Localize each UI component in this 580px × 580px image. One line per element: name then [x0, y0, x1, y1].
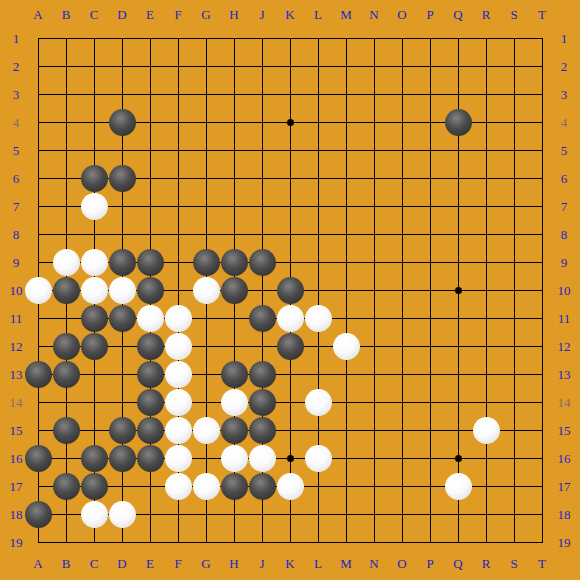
white-stone-F17	[165, 473, 192, 500]
black-stone-E14	[137, 389, 164, 416]
row-label-right-19: 19	[558, 536, 571, 549]
row-label-left-2: 2	[13, 60, 20, 73]
white-stone-L11	[305, 305, 332, 332]
black-stone-E9	[137, 249, 164, 276]
col-label-top-A: A	[33, 8, 42, 21]
black-stone-D11	[109, 305, 136, 332]
black-stone-A13	[25, 361, 52, 388]
black-stone-D6	[109, 165, 136, 192]
black-stone-E16	[137, 445, 164, 472]
black-stone-B12	[53, 333, 80, 360]
row-label-right-18: 18	[558, 508, 571, 521]
col-label-top-M: M	[340, 8, 352, 21]
white-stone-G15	[193, 417, 220, 444]
white-stone-D18	[109, 501, 136, 528]
black-stone-C11	[81, 305, 108, 332]
col-label-top-S: S	[510, 8, 517, 21]
black-stone-A18	[25, 501, 52, 528]
col-label-top-R: R	[482, 8, 491, 21]
black-stone-H17	[221, 473, 248, 500]
white-stone-F15	[165, 417, 192, 444]
go-app-window: { "game": "go", "board": { "size": 19, "…	[0, 0, 580, 580]
col-label-top-K: K	[285, 8, 294, 21]
white-stone-C9	[81, 249, 108, 276]
white-stone-M12	[333, 333, 360, 360]
col-label-bottom-C: C	[90, 557, 99, 570]
col-label-bottom-G: G	[201, 557, 210, 570]
row-label-left-17: 17	[10, 480, 23, 493]
col-label-top-L: L	[314, 8, 322, 21]
black-stone-E10	[137, 277, 164, 304]
white-stone-D10	[109, 277, 136, 304]
row-label-right-6: 6	[561, 172, 568, 185]
col-label-top-O: O	[397, 8, 406, 21]
row-label-left-16: 16	[10, 452, 23, 465]
col-label-bottom-R: R	[482, 557, 491, 570]
black-stone-C17	[81, 473, 108, 500]
col-label-bottom-B: B	[62, 557, 71, 570]
white-stone-G10	[193, 277, 220, 304]
row-label-right-9: 9	[561, 256, 568, 269]
row-label-right-16: 16	[558, 452, 571, 465]
white-stone-L16	[305, 445, 332, 472]
row-label-left-18: 18	[10, 508, 23, 521]
col-label-bottom-O: O	[397, 557, 406, 570]
black-stone-B10	[53, 277, 80, 304]
black-stone-K10	[277, 277, 304, 304]
white-stone-F13	[165, 361, 192, 388]
col-label-top-D: D	[117, 8, 126, 21]
black-stone-J15	[249, 417, 276, 444]
row-label-left-4: 4	[13, 116, 20, 129]
white-stone-G17	[193, 473, 220, 500]
col-label-bottom-P: P	[426, 557, 433, 570]
row-label-left-12: 12	[10, 340, 23, 353]
row-label-right-4: 4	[561, 116, 568, 129]
row-label-right-17: 17	[558, 480, 571, 493]
black-stone-D15	[109, 417, 136, 444]
black-stone-H15	[221, 417, 248, 444]
row-label-left-11: 11	[10, 312, 23, 325]
black-stone-B13	[53, 361, 80, 388]
black-stone-D16	[109, 445, 136, 472]
black-stone-K12	[277, 333, 304, 360]
black-stone-C16	[81, 445, 108, 472]
row-label-left-10: 10	[10, 284, 23, 297]
row-label-left-7: 7	[13, 200, 20, 213]
black-stone-H13	[221, 361, 248, 388]
stone-layer	[24, 24, 556, 556]
row-label-left-5: 5	[13, 144, 20, 157]
black-stone-D9	[109, 249, 136, 276]
white-stone-L14	[305, 389, 332, 416]
row-label-right-5: 5	[561, 144, 568, 157]
black-stone-E12	[137, 333, 164, 360]
black-stone-Q4	[445, 109, 472, 136]
white-stone-K11	[277, 305, 304, 332]
row-label-left-8: 8	[13, 228, 20, 241]
col-label-top-P: P	[426, 8, 433, 21]
row-label-left-3: 3	[13, 88, 20, 101]
black-stone-D4	[109, 109, 136, 136]
white-stone-F14	[165, 389, 192, 416]
col-label-bottom-M: M	[340, 557, 352, 570]
white-stone-K17	[277, 473, 304, 500]
white-stone-F12	[165, 333, 192, 360]
col-label-top-B: B	[62, 8, 71, 21]
col-label-top-N: N	[369, 8, 378, 21]
white-stone-C18	[81, 501, 108, 528]
white-stone-F16	[165, 445, 192, 472]
col-label-top-E: E	[146, 8, 154, 21]
row-label-left-13: 13	[10, 368, 23, 381]
black-stone-J17	[249, 473, 276, 500]
col-label-bottom-A: A	[33, 557, 42, 570]
col-label-top-T: T	[538, 8, 546, 21]
col-label-top-J: J	[259, 8, 264, 21]
row-label-right-12: 12	[558, 340, 571, 353]
white-stone-J16	[249, 445, 276, 472]
row-label-left-6: 6	[13, 172, 20, 185]
col-label-bottom-D: D	[117, 557, 126, 570]
row-label-right-13: 13	[558, 368, 571, 381]
black-stone-H9	[221, 249, 248, 276]
col-label-bottom-T: T	[538, 557, 546, 570]
row-label-right-15: 15	[558, 424, 571, 437]
row-label-left-9: 9	[13, 256, 20, 269]
white-stone-H14	[221, 389, 248, 416]
col-label-top-H: H	[229, 8, 238, 21]
white-stone-Q17	[445, 473, 472, 500]
white-stone-R15	[473, 417, 500, 444]
black-stone-B17	[53, 473, 80, 500]
white-stone-H16	[221, 445, 248, 472]
black-stone-A16	[25, 445, 52, 472]
col-label-bottom-H: H	[229, 557, 238, 570]
black-stone-C12	[81, 333, 108, 360]
row-label-right-1: 1	[561, 32, 568, 45]
row-label-right-14: 14	[558, 396, 571, 409]
black-stone-J13	[249, 361, 276, 388]
white-stone-C10	[81, 277, 108, 304]
row-label-left-15: 15	[10, 424, 23, 437]
col-label-top-Q: Q	[453, 8, 462, 21]
col-label-top-C: C	[90, 8, 99, 21]
black-stone-H10	[221, 277, 248, 304]
go-board[interactable]: AABBCCDDEEFFGGHHJJKKLLMMNNOOPPQQRRSSTT11…	[0, 0, 580, 580]
row-label-left-14: 14	[10, 396, 23, 409]
col-label-bottom-K: K	[285, 557, 294, 570]
black-stone-J11	[249, 305, 276, 332]
col-label-bottom-N: N	[369, 557, 378, 570]
black-stone-J14	[249, 389, 276, 416]
black-stone-J9	[249, 249, 276, 276]
col-label-top-G: G	[201, 8, 210, 21]
black-stone-B15	[53, 417, 80, 444]
black-stone-E15	[137, 417, 164, 444]
col-label-bottom-S: S	[510, 557, 517, 570]
white-stone-A10	[25, 277, 52, 304]
white-stone-B9	[53, 249, 80, 276]
row-label-right-7: 7	[561, 200, 568, 213]
col-label-bottom-F: F	[174, 557, 181, 570]
col-label-top-F: F	[174, 8, 181, 21]
row-label-right-8: 8	[561, 228, 568, 241]
col-label-bottom-L: L	[314, 557, 322, 570]
black-stone-C6	[81, 165, 108, 192]
black-stone-G9	[193, 249, 220, 276]
row-label-right-11: 11	[558, 312, 571, 325]
black-stone-E13	[137, 361, 164, 388]
row-label-left-19: 19	[10, 536, 23, 549]
white-stone-E11	[137, 305, 164, 332]
row-label-right-2: 2	[561, 60, 568, 73]
white-stone-F11	[165, 305, 192, 332]
col-label-bottom-E: E	[146, 557, 154, 570]
col-label-bottom-Q: Q	[453, 557, 462, 570]
col-label-bottom-J: J	[259, 557, 264, 570]
row-label-left-1: 1	[13, 32, 20, 45]
white-stone-C7	[81, 193, 108, 220]
row-label-right-10: 10	[558, 284, 571, 297]
row-label-right-3: 3	[561, 88, 568, 101]
